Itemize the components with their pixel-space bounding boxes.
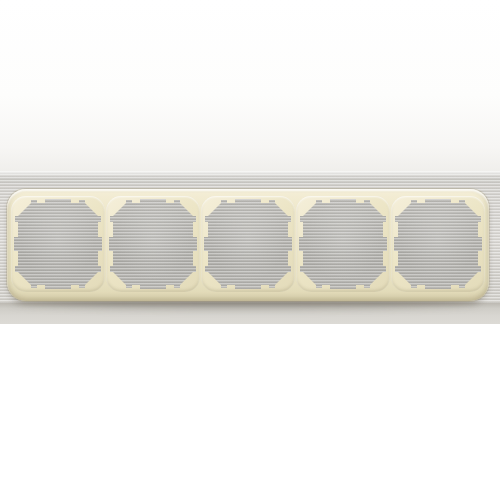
frame-window-opening [109,199,197,289]
frame-window-2 [113,203,193,285]
frame-window-1 [18,203,98,285]
background-top-white [0,0,500,173]
frame-window-opening [14,199,102,289]
frame-window-opening [299,199,387,289]
product-photo-canvas [0,0,500,500]
product-photo [0,0,500,324]
frame-window-5 [398,203,478,285]
frame-window-3 [208,203,288,285]
switch-frame [7,189,489,301]
canvas-bottom-padding [0,324,500,500]
frame-window-opening [394,199,482,289]
frame-window-opening [204,199,292,289]
frame-window-4 [303,203,383,285]
